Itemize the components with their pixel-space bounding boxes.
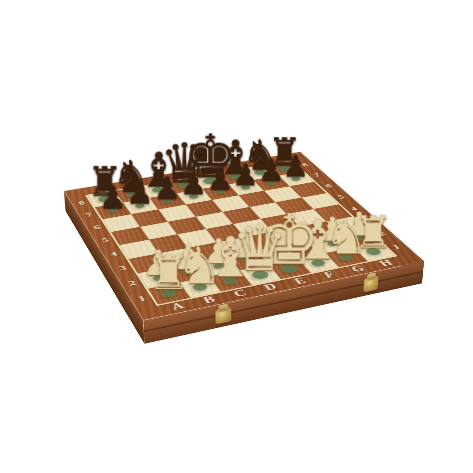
brass-clasp-icon <box>216 307 232 325</box>
product-photo: ABCDEFGH8877665544332211 ♜♞♝♛♚♝♞♜♟♟♟♟♟♟♟… <box>0 0 473 473</box>
brass-clasp-icon <box>363 276 378 293</box>
scene: ABCDEFGH8877665544332211 ♜♞♝♛♚♝♞♜♟♟♟♟♟♟♟… <box>0 0 473 473</box>
piece-white-rook-a1: ♜ <box>147 250 189 297</box>
chess-board: ABCDEFGH8877665544332211 ♜♞♝♛♚♝♞♜♟♟♟♟♟♟♟… <box>64 152 424 321</box>
